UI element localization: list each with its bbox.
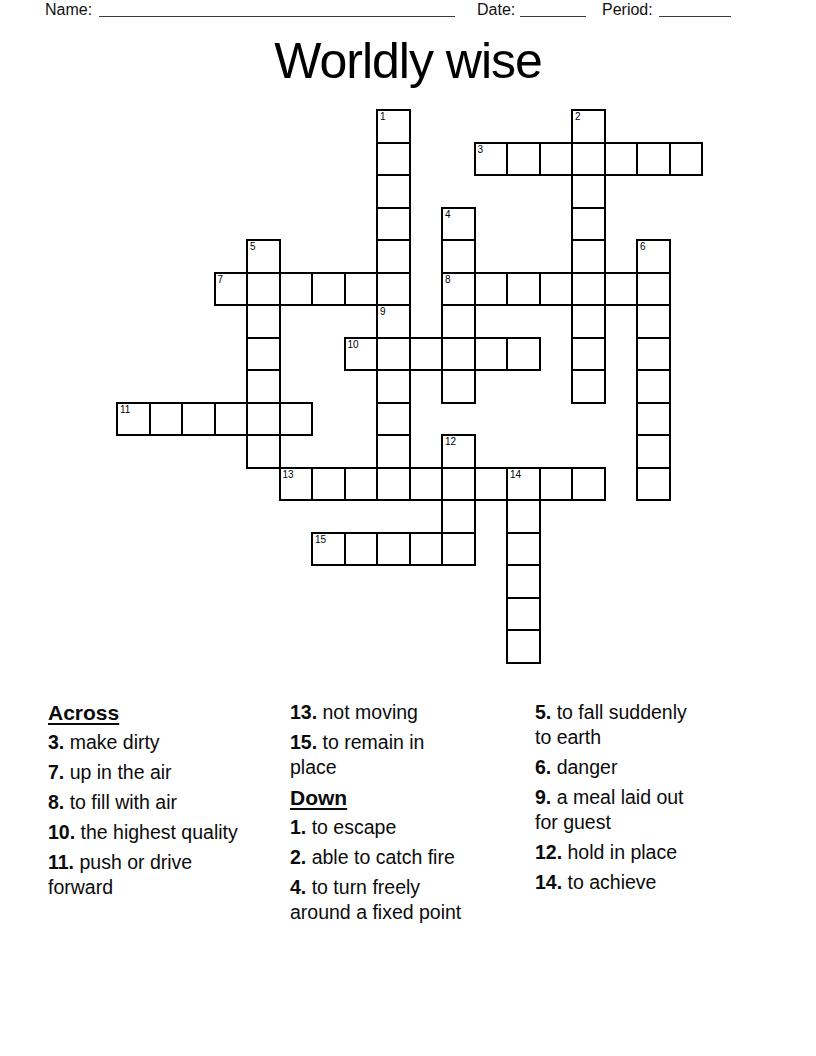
across-heading: Across <box>48 700 244 725</box>
cell-number-2: 2 <box>575 111 581 122</box>
grid-cell-r5c14[interactable] <box>571 272 606 307</box>
grid-cell-r9c4[interactable] <box>246 402 281 437</box>
grid-cell-r5c11[interactable] <box>474 272 509 307</box>
cell-number-7: 7 <box>218 274 224 285</box>
clue-number-9-down: 9. <box>535 786 551 808</box>
grid-cell-r0c8[interactable]: 1 <box>376 109 411 144</box>
clue-14-down: 14. to achieve <box>535 870 705 895</box>
clue-number-10-across: 10. <box>48 821 75 843</box>
grid-cell-r13c6[interactable]: 15 <box>311 532 346 567</box>
grid-cell-r7c12[interactable] <box>506 337 541 372</box>
clue-9-down: 9. a meal laid out for guest <box>535 785 705 835</box>
grid-cell-r7c10[interactable] <box>441 337 476 372</box>
cell-number-3: 3 <box>478 144 484 155</box>
clue-number-11-across: 11. <box>48 851 74 873</box>
clue-4-down: 4. to turn freely around a fixed point <box>290 875 476 925</box>
clue-number-12-down: 12. <box>535 841 562 863</box>
grid-cell-r7c14[interactable] <box>571 337 606 372</box>
grid-cell-r15c12[interactable] <box>506 597 541 632</box>
grid-cell-r5c16[interactable] <box>636 272 671 307</box>
grid-cell-r12c10[interactable] <box>441 499 476 534</box>
grid-cell-r1c13[interactable] <box>539 142 574 177</box>
grid-cell-r11c13[interactable] <box>539 467 574 502</box>
grid-cell-r0c14[interactable]: 2 <box>571 109 606 144</box>
grid-cell-r1c14[interactable] <box>571 142 606 177</box>
clue-number-8-across: 8. <box>48 791 64 813</box>
clue-6-down: 6. danger <box>535 755 705 780</box>
grid-cell-r9c3[interactable] <box>214 402 249 437</box>
grid-cell-r13c10[interactable] <box>441 532 476 567</box>
clue-12-down: 12. hold in place <box>535 840 705 865</box>
cell-number-11: 11 <box>120 404 130 415</box>
cell-number-8: 8 <box>445 274 451 285</box>
grid-cell-r11c12[interactable]: 14 <box>506 467 541 502</box>
grid-cell-r3c14[interactable] <box>571 207 606 242</box>
grid-cell-r5c10[interactable]: 8 <box>441 272 476 307</box>
grid-cell-r9c0[interactable]: 11 <box>116 402 151 437</box>
grid-cell-r1c16[interactable] <box>636 142 671 177</box>
crossword-grid: 123456789101112131415 <box>116 109 704 665</box>
grid-cell-r2c8[interactable] <box>376 174 411 209</box>
grid-cell-r10c10[interactable]: 12 <box>441 434 476 469</box>
grid-cell-r5c8[interactable] <box>376 272 411 307</box>
clue-10-across: 10. the highest quality <box>48 820 244 845</box>
grid-cell-r5c5[interactable] <box>279 272 314 307</box>
cell-number-15: 15 <box>315 534 326 545</box>
grid-cell-r14c12[interactable] <box>506 564 541 599</box>
clue-8-across: 8. to fill with air <box>48 790 244 815</box>
period-blank-line[interactable] <box>659 16 731 17</box>
clue-13-across: 13. not moving <box>290 700 476 725</box>
date-label: Date: <box>477 1 515 19</box>
clue-column-1: Across3. make dirty7. up in the air8. to… <box>48 700 244 905</box>
clue-15-across: 15. to remain in place <box>290 730 476 780</box>
grid-cell-r1c17[interactable] <box>669 142 704 177</box>
grid-cell-r5c6[interactable] <box>311 272 346 307</box>
clue-number-13-across: 13. <box>290 701 317 723</box>
grid-cell-r5c7[interactable] <box>344 272 379 307</box>
grid-cell-r5c13[interactable] <box>539 272 574 307</box>
grid-cell-r4c4[interactable]: 5 <box>246 239 281 274</box>
grid-cell-r8c16[interactable] <box>636 369 671 404</box>
grid-cell-r7c7[interactable]: 10 <box>344 337 379 372</box>
grid-cell-r12c12[interactable] <box>506 499 541 534</box>
grid-cell-r9c5[interactable] <box>279 402 314 437</box>
clue-column-3: 5. to fall suddenly to earth6. danger9. … <box>535 700 705 900</box>
grid-cell-r8c14[interactable] <box>571 369 606 404</box>
grid-cell-r5c3[interactable]: 7 <box>214 272 249 307</box>
clue-number-7-across: 7. <box>48 761 64 783</box>
name-label: Name: <box>45 1 92 19</box>
grid-cell-r5c15[interactable] <box>604 272 639 307</box>
grid-cell-r16c12[interactable] <box>506 629 541 664</box>
grid-cell-r11c11[interactable] <box>474 467 509 502</box>
cell-number-14: 14 <box>510 469 521 480</box>
cell-number-1: 1 <box>380 111 386 122</box>
grid-cell-r8c10[interactable] <box>441 369 476 404</box>
grid-cell-r3c10[interactable]: 4 <box>441 207 476 242</box>
grid-cell-r5c12[interactable] <box>506 272 541 307</box>
grid-cell-r1c8[interactable] <box>376 142 411 177</box>
puzzle-title: Worldly wise <box>0 34 816 88</box>
clue-number-15-across: 15. <box>290 731 317 753</box>
clue-number-4-down: 4. <box>290 876 306 898</box>
grid-cell-r2c14[interactable] <box>571 174 606 209</box>
grid-cell-r13c8[interactable] <box>376 532 411 567</box>
clue-2-down: 2. able to catch fire <box>290 845 476 870</box>
clue-number-5-down: 5. <box>535 701 551 723</box>
clue-column-2: 13. not moving15. to remain in placeDown… <box>290 700 476 930</box>
clue-3-across: 3. make dirty <box>48 730 244 755</box>
grid-cell-r6c10[interactable] <box>441 304 476 339</box>
cell-number-5: 5 <box>250 241 256 252</box>
name-blank-line[interactable] <box>99 16 455 17</box>
clue-number-6-down: 6. <box>535 756 551 778</box>
date-blank-line[interactable] <box>520 16 586 17</box>
grid-cell-r1c11[interactable]: 3 <box>474 142 509 177</box>
cell-number-12: 12 <box>445 436 456 447</box>
cell-number-9: 9 <box>380 306 386 317</box>
grid-cell-r6c14[interactable] <box>571 304 606 339</box>
clue-number-3-across: 3. <box>48 731 64 753</box>
grid-cell-r11c8[interactable] <box>376 467 411 502</box>
grid-cell-r4c16[interactable]: 6 <box>636 239 671 274</box>
grid-cell-r9c16[interactable] <box>636 402 671 437</box>
clue-11-across: 11. push or drive forward <box>48 850 244 900</box>
cell-number-4: 4 <box>445 209 451 220</box>
clue-5-down: 5. to fall suddenly to earth <box>535 700 705 750</box>
grid-cell-r5c4[interactable] <box>246 272 281 307</box>
clue-number-2-down: 2. <box>290 846 306 868</box>
cell-number-13: 13 <box>283 469 294 480</box>
grid-cell-r1c12[interactable] <box>506 142 541 177</box>
clue-number-14-down: 14. <box>535 871 562 893</box>
crossword-worksheet-page: { "game": "crossword", "title": "Worldly… <box>0 0 816 1056</box>
grid-cell-r7c4[interactable] <box>246 337 281 372</box>
grid-cell-r8c8[interactable] <box>376 369 411 404</box>
grid-cell-r11c14[interactable] <box>571 467 606 502</box>
grid-cell-r9c2[interactable] <box>181 402 216 437</box>
grid-cell-r11c6[interactable] <box>311 467 346 502</box>
grid-cell-r13c9[interactable] <box>409 532 444 567</box>
grid-cell-r13c7[interactable] <box>344 532 379 567</box>
grid-cell-r8c4[interactable] <box>246 369 281 404</box>
grid-cell-r6c4[interactable] <box>246 304 281 339</box>
grid-cell-r11c5[interactable]: 13 <box>279 467 314 502</box>
clue-number-1-down: 1. <box>290 816 306 838</box>
period-label: Period: <box>602 1 653 19</box>
grid-cell-r11c9[interactable] <box>409 467 444 502</box>
grid-cell-r13c12[interactable] <box>506 532 541 567</box>
grid-cell-r10c4[interactable] <box>246 434 281 469</box>
grid-cell-r4c10[interactable] <box>441 239 476 274</box>
grid-cell-r7c9[interactable] <box>409 337 444 372</box>
clue-7-across: 7. up in the air <box>48 760 244 785</box>
cell-number-10: 10 <box>348 339 359 350</box>
grid-cell-r6c16[interactable] <box>636 304 671 339</box>
grid-cell-r10c8[interactable] <box>376 434 411 469</box>
grid-cell-r9c1[interactable] <box>149 402 184 437</box>
grid-cell-r10c16[interactable] <box>636 434 671 469</box>
grid-cell-r7c8[interactable] <box>376 337 411 372</box>
grid-cell-r11c10[interactable] <box>441 467 476 502</box>
grid-cell-r4c8[interactable] <box>376 239 411 274</box>
clue-1-down: 1. to escape <box>290 815 476 840</box>
down-heading: Down <box>290 785 476 810</box>
cell-number-6: 6 <box>640 241 646 252</box>
grid-cell-r11c16[interactable] <box>636 467 671 502</box>
grid-cell-r7c11[interactable] <box>474 337 509 372</box>
grid-cell-r3c8[interactable] <box>376 207 411 242</box>
grid-cell-r7c16[interactable] <box>636 337 671 372</box>
grid-cell-r9c8[interactable] <box>376 402 411 437</box>
grid-cell-r11c7[interactable] <box>344 467 379 502</box>
grid-cell-r1c15[interactable] <box>604 142 639 177</box>
grid-cell-r4c14[interactable] <box>571 239 606 274</box>
grid-cell-r6c8[interactable]: 9 <box>376 304 411 339</box>
